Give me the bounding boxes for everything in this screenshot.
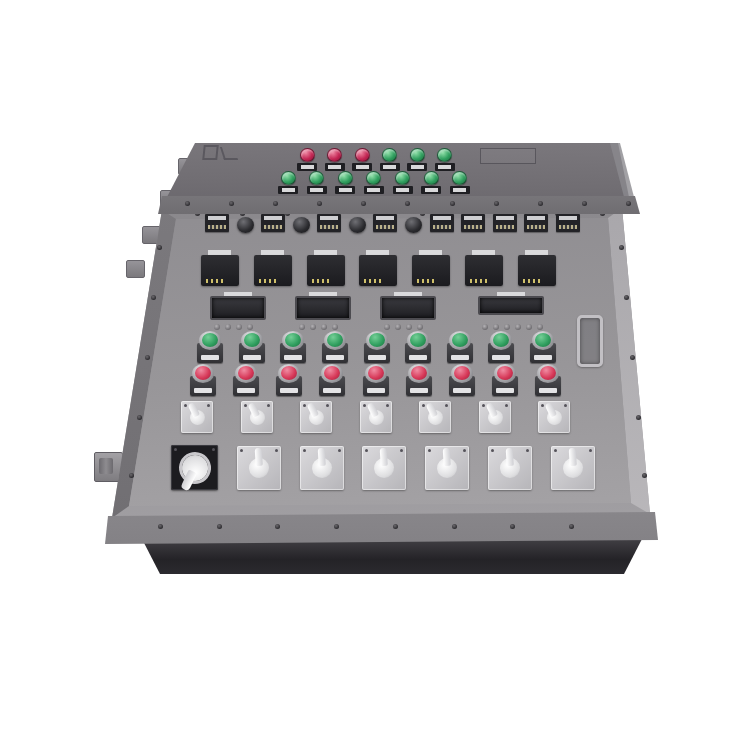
bolt-hole	[158, 524, 163, 529]
green-lamp-lens	[309, 171, 324, 185]
red-lamp-lens	[300, 148, 315, 162]
green-lamp-lens	[437, 148, 452, 162]
adjust-knob	[349, 217, 366, 233]
rotary-switch	[479, 401, 511, 433]
switch-knob	[306, 407, 326, 427]
green-lamp-lens	[410, 148, 425, 162]
meter-display-window	[478, 296, 544, 315]
meter-display-window	[380, 296, 436, 320]
panel-meter	[307, 250, 345, 288]
rotary-switch	[237, 446, 281, 490]
switch-handle	[307, 402, 319, 418]
bolt-hole	[626, 201, 631, 206]
indicator-lamp-green	[419, 171, 443, 194]
bolt-hole	[510, 524, 515, 529]
bolt-hole	[151, 295, 156, 300]
push-button-red	[231, 362, 261, 396]
embossed-logo-mark	[203, 145, 239, 159]
display-meter	[478, 292, 544, 332]
switch-handle	[317, 447, 325, 465]
switch-handle	[366, 402, 378, 418]
main-panel-box	[100, 205, 662, 585]
rotary-switch-row-upper	[181, 401, 570, 433]
rotary-switch	[181, 401, 213, 433]
switch-handle	[442, 447, 450, 465]
bolt-hole	[452, 524, 457, 529]
indicator-lamp-green	[276, 171, 300, 194]
button-cap-green	[535, 333, 551, 347]
rotary-switch	[538, 401, 570, 433]
push-button-red	[361, 362, 391, 396]
lamp-label-plate	[278, 186, 298, 194]
indicator-lamp-green	[378, 148, 402, 171]
lamp-label-plate	[435, 163, 455, 171]
meter-led-strip	[470, 279, 487, 283]
bolt-hole	[619, 245, 624, 250]
rotary-switch	[551, 446, 595, 490]
red-lamp-lens	[355, 148, 370, 162]
switch-knob	[544, 407, 564, 427]
switch-knob	[187, 407, 207, 427]
button-cap-red	[195, 366, 211, 380]
button-cap-green	[202, 333, 218, 347]
control-panel-photo	[0, 0, 750, 750]
indicator-lamp-red	[350, 148, 374, 171]
indicator-lamp-red	[323, 148, 347, 171]
switch-handle	[545, 402, 557, 418]
rotary-switch	[425, 446, 469, 490]
button-cap-green	[410, 333, 426, 347]
panel-meter	[412, 250, 450, 288]
lamp-label-plate	[393, 186, 413, 194]
rotary-switch-row-lower	[171, 445, 595, 490]
bolt-hole	[145, 355, 150, 360]
meter-led-strip	[364, 279, 381, 283]
green-button-row	[195, 329, 558, 363]
push-button-green	[195, 329, 225, 363]
green-lamp-lens	[424, 171, 439, 185]
button-cap-green	[369, 333, 385, 347]
rotary-switch	[362, 446, 406, 490]
bolt-hole	[636, 415, 641, 420]
rotary-switch	[419, 401, 451, 433]
display-meter	[380, 292, 436, 332]
switch-knob	[485, 407, 505, 427]
meter-led-strip	[206, 279, 223, 283]
lamp-label-plate	[421, 186, 441, 194]
switch-knob	[177, 450, 212, 485]
switch-knob	[499, 457, 520, 478]
lamp-label-plate	[450, 186, 470, 194]
lamp-box-bolt-row	[185, 201, 631, 206]
switch-handle	[426, 402, 438, 418]
green-lamp-lens	[395, 171, 410, 185]
meter-led-strip	[417, 279, 434, 283]
bolt-hole	[273, 201, 278, 206]
rotary-switch	[300, 401, 332, 433]
rotary-switch	[488, 446, 532, 490]
indicator-lamp-green	[391, 171, 415, 194]
indicator-lamp-box	[158, 141, 642, 217]
push-button-red	[533, 362, 563, 396]
button-cap-red	[238, 366, 254, 380]
push-button-red	[447, 362, 477, 396]
indicator-lamp-green	[405, 148, 429, 171]
switch-knob	[425, 407, 445, 427]
display-meter	[295, 292, 351, 332]
lamp-label-plate	[364, 186, 384, 194]
meter-led-strip	[523, 279, 540, 283]
switch-handle	[247, 402, 259, 418]
green-lamp-lens	[366, 171, 381, 185]
switch-knob	[248, 457, 269, 478]
medium-meter-row	[201, 250, 556, 288]
push-button-green	[237, 329, 267, 363]
bolt-hole	[137, 415, 142, 420]
indicator-lamp-green	[433, 148, 457, 171]
button-cap-red	[540, 366, 556, 380]
switch-handle	[505, 447, 513, 465]
indicator-row-2	[276, 171, 472, 194]
push-button-red	[404, 362, 434, 396]
push-button-green	[486, 329, 516, 363]
lamp-label-plate	[325, 163, 345, 171]
lamp-label-plate	[352, 163, 372, 171]
adjust-knob	[293, 217, 310, 233]
push-button-green	[362, 329, 392, 363]
bolt-hole	[129, 473, 134, 478]
panel-meter	[465, 250, 503, 288]
lamp-label-plate	[407, 163, 427, 171]
switch-handle	[568, 447, 576, 465]
green-lamp-lens	[382, 148, 397, 162]
meter-display-window	[210, 296, 266, 320]
panel-meter	[518, 250, 556, 288]
bolt-hole	[450, 201, 455, 206]
bolt-hole	[624, 295, 629, 300]
push-button-red	[274, 362, 304, 396]
push-button-green	[528, 329, 558, 363]
bolt-hole	[217, 524, 222, 529]
button-cap-red	[497, 366, 513, 380]
rotary-switch	[241, 401, 273, 433]
panel-meter	[359, 250, 397, 288]
indicator-lamp-red	[295, 148, 319, 171]
button-cap-red	[368, 366, 384, 380]
green-lamp-lens	[452, 171, 467, 185]
button-cap-green	[452, 333, 468, 347]
bolt-hole	[630, 355, 635, 360]
red-button-row	[188, 362, 563, 396]
cam-switch-black	[171, 445, 218, 490]
bolt-hole	[494, 201, 499, 206]
switch-knob	[437, 457, 458, 478]
button-cap-red	[454, 366, 470, 380]
bolt-hole	[405, 201, 410, 206]
mini-meter-knob-row	[205, 214, 580, 240]
bolt-hole	[185, 201, 190, 206]
rotary-switch	[300, 446, 344, 490]
meter-display-window	[295, 296, 351, 320]
bolt-hole	[393, 524, 398, 529]
lamp-label-plate	[335, 186, 355, 194]
bolt-hole	[642, 473, 647, 478]
adjust-knob	[405, 217, 422, 233]
bolt-hole	[569, 524, 574, 529]
display-meter	[210, 292, 266, 332]
bolt-hole	[334, 524, 339, 529]
indicator-lamp-green	[448, 171, 472, 194]
push-button-green	[445, 329, 475, 363]
lamp-label-plate	[307, 186, 327, 194]
panel-meter	[254, 250, 292, 288]
switch-knob	[562, 457, 583, 478]
button-cap-red	[411, 366, 427, 380]
meter-led-strip	[259, 279, 276, 283]
switch-handle	[485, 402, 497, 418]
push-button-green	[278, 329, 308, 363]
bottom-bolt-row	[158, 524, 574, 529]
switch-knob	[247, 407, 267, 427]
bolt-hole	[317, 201, 322, 206]
push-button-green	[403, 329, 433, 363]
door-handle	[577, 315, 603, 367]
indicator-lamp-green	[305, 171, 329, 194]
switch-handle	[380, 447, 388, 465]
lamp-label-plate	[380, 163, 400, 171]
switch-knob	[311, 457, 332, 478]
panel-meter	[201, 250, 239, 288]
button-cap-green	[244, 333, 260, 347]
indicator-lamp-green	[362, 171, 386, 194]
push-button-red	[490, 362, 520, 396]
switch-knob	[366, 407, 386, 427]
switch-handle	[254, 447, 262, 465]
green-lamp-lens	[338, 171, 353, 185]
lamp-label-plate	[297, 163, 317, 171]
push-button-red	[188, 362, 218, 396]
switch-knob	[374, 457, 395, 478]
indicator-lamp-green	[333, 171, 357, 194]
blank-nameplate	[480, 148, 536, 164]
red-lamp-lens	[327, 148, 342, 162]
meter-led-strip	[312, 279, 329, 283]
switch-handle	[188, 402, 200, 418]
bolt-hole	[582, 201, 587, 206]
bolt-hole	[538, 201, 543, 206]
green-lamp-lens	[281, 171, 296, 185]
indicator-row-1	[295, 148, 457, 171]
switch-handle	[180, 469, 197, 491]
push-button-red	[317, 362, 347, 396]
push-button-green	[320, 329, 350, 363]
button-cap-green	[327, 333, 343, 347]
bolt-hole	[229, 201, 234, 206]
adjust-knob	[237, 217, 254, 233]
bolt-hole	[157, 245, 162, 250]
bolt-hole	[361, 201, 366, 206]
bolt-hole	[275, 524, 280, 529]
rotary-switch	[360, 401, 392, 433]
